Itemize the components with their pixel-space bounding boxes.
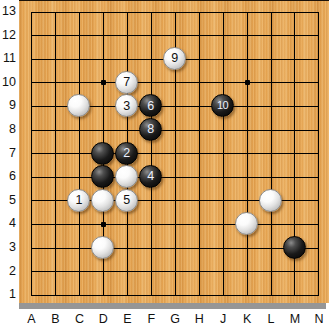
stone-black-F6: 4	[139, 165, 162, 188]
row-label-11: 11	[0, 50, 16, 66]
stone-white-D3	[91, 236, 114, 259]
stone-black-D7	[91, 142, 114, 165]
column-label-G: G	[163, 311, 187, 327]
stone-black-F9: 6	[139, 94, 162, 117]
column-label-A: A	[20, 311, 44, 327]
row-label-1: 1	[0, 286, 16, 302]
stone-white-E9: 3	[115, 94, 138, 117]
row-label-6: 6	[0, 168, 16, 184]
row-label-8: 8	[0, 121, 16, 137]
stone-white-E6	[115, 165, 138, 188]
stone-white-G11: 9	[163, 47, 186, 70]
grid-line-vertical	[223, 12, 224, 296]
stone-white-D5	[91, 189, 114, 212]
grid-line-vertical	[199, 12, 200, 296]
row-label-7: 7	[0, 145, 16, 161]
grid-line-vertical	[151, 12, 152, 296]
column-label-F: F	[139, 311, 163, 327]
row-label-13: 13	[0, 3, 16, 19]
column-label-E: E	[115, 311, 139, 327]
column-label-J: J	[211, 311, 235, 327]
column-label-B: B	[43, 311, 67, 327]
stone-black-M3	[283, 236, 306, 259]
grid-line-horizontal	[31, 224, 319, 225]
grid-line-horizontal	[31, 177, 319, 178]
stone-white-C5: 1	[67, 189, 90, 212]
column-label-H: H	[187, 311, 211, 327]
stone-black-E7: 2	[115, 142, 138, 165]
grid-line-horizontal	[31, 295, 319, 296]
grid-line-vertical	[79, 12, 80, 296]
star-point	[245, 80, 250, 85]
column-label-M: M	[283, 311, 307, 327]
stone-white-E10: 7	[115, 71, 138, 94]
row-label-4: 4	[0, 215, 16, 231]
grid-line-vertical	[55, 12, 56, 296]
grid-line-vertical	[318, 12, 319, 296]
row-label-9: 9	[0, 97, 16, 113]
star-point	[101, 222, 106, 227]
stone-black-J9: 10	[211, 94, 234, 117]
grid-line-horizontal	[31, 271, 319, 272]
stone-white-E5: 5	[115, 189, 138, 212]
stone-white-C9	[67, 94, 90, 117]
go-board[interactable]: 97361082415	[19, 0, 329, 303]
column-label-C: C	[67, 311, 91, 327]
row-label-2: 2	[0, 263, 16, 279]
row-label-3: 3	[0, 239, 16, 255]
stone-black-D6	[91, 165, 114, 188]
grid-line-vertical	[31, 12, 32, 296]
row-label-5: 5	[0, 192, 16, 208]
grid-line-horizontal	[31, 153, 319, 154]
column-label-N: N	[307, 311, 329, 327]
grid-line-horizontal	[31, 248, 319, 249]
grid-line-vertical	[247, 12, 248, 296]
star-point	[101, 80, 106, 85]
stone-white-K4	[235, 212, 258, 235]
column-label-L: L	[259, 311, 283, 327]
board-bottom-shadow	[19, 303, 326, 309]
go-board-screenshot: 97361082415 13121110987654321 ABCDEFGHJK…	[0, 0, 329, 332]
grid-line-vertical	[271, 12, 272, 296]
column-label-K: K	[235, 311, 259, 327]
stone-black-F8: 8	[139, 118, 162, 141]
stone-white-L5	[259, 189, 282, 212]
row-label-10: 10	[0, 74, 16, 90]
row-label-12: 12	[0, 27, 16, 43]
column-label-D: D	[91, 311, 115, 327]
